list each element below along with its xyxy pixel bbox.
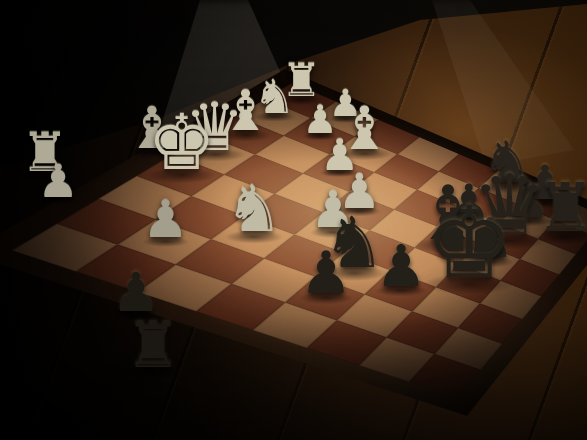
black-pawn-g5[interactable]: ♟ [300,244,353,303]
pieces-layer: ♜♞♝♛♚♟♟♟♝♟♞♟♟♞♟♞♟♝♟♟♟♛♟♚♜♜♟♝♟♜ [0,0,587,440]
black-pawn-f6[interactable]: ♟ [375,238,427,296]
black-rook-captured-1[interactable]: ♜ [125,315,181,377]
black-king-e7[interactable]: ♚ [425,193,514,292]
white-pawn-g2[interactable]: ♟ [142,194,189,246]
white-pawn-captured-1[interactable]: ♟ [37,158,78,204]
chess-scene: ♜♞♝♛♚♟♟♟♝♟♞♟♟♞♟♞♟♝♟♟♟♛♟♚♜♜♟♝♟♜ [0,0,587,440]
white-knight-f3[interactable]: ♞ [225,177,283,242]
white-king-e1[interactable]: ♚ [147,105,216,181]
